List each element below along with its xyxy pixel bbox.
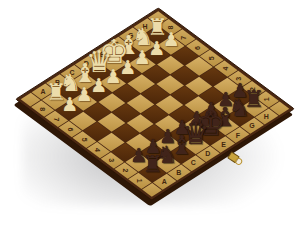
file-label-text: C bbox=[191, 160, 196, 167]
chess-set-photo: 87654321H♜♟♟♜HG♞♟♟♞GF♝♟♟♝FE♚♟♟♚ED♛♟♟♛DC♝… bbox=[0, 0, 300, 225]
file-label-text: D bbox=[206, 150, 211, 157]
file-label-text: H bbox=[264, 113, 269, 120]
rank-label-text: 5 bbox=[208, 56, 215, 60]
rank-label-text: 7 bbox=[180, 36, 187, 40]
rank-label-text: 6 bbox=[67, 127, 74, 131]
rank-label-text: 3 bbox=[109, 158, 116, 162]
file-label-text: B bbox=[177, 169, 182, 176]
piece-dark-rook-a1[interactable]: ♜ bbox=[142, 153, 163, 176]
piece-light-pawn-h7[interactable]: ♟ bbox=[163, 29, 180, 48]
rank-label-text: 5 bbox=[81, 138, 88, 142]
rank-label-text: 8 bbox=[39, 107, 46, 111]
rank-label-text: 4 bbox=[222, 66, 229, 70]
rank-label-text: 7 bbox=[53, 117, 60, 121]
rank-label-text: 6 bbox=[194, 46, 201, 50]
file-label-text: G bbox=[249, 122, 254, 129]
rank-label-text: 1 bbox=[264, 97, 271, 101]
piece-light-pawn-a7[interactable]: ♟ bbox=[61, 95, 78, 114]
rank-label-text: 2 bbox=[123, 169, 130, 173]
file-label-text: F bbox=[235, 132, 239, 139]
rank-label-text: 1 bbox=[136, 179, 143, 183]
rank-label-text: 4 bbox=[95, 148, 102, 152]
file-label-text: A bbox=[162, 178, 167, 185]
